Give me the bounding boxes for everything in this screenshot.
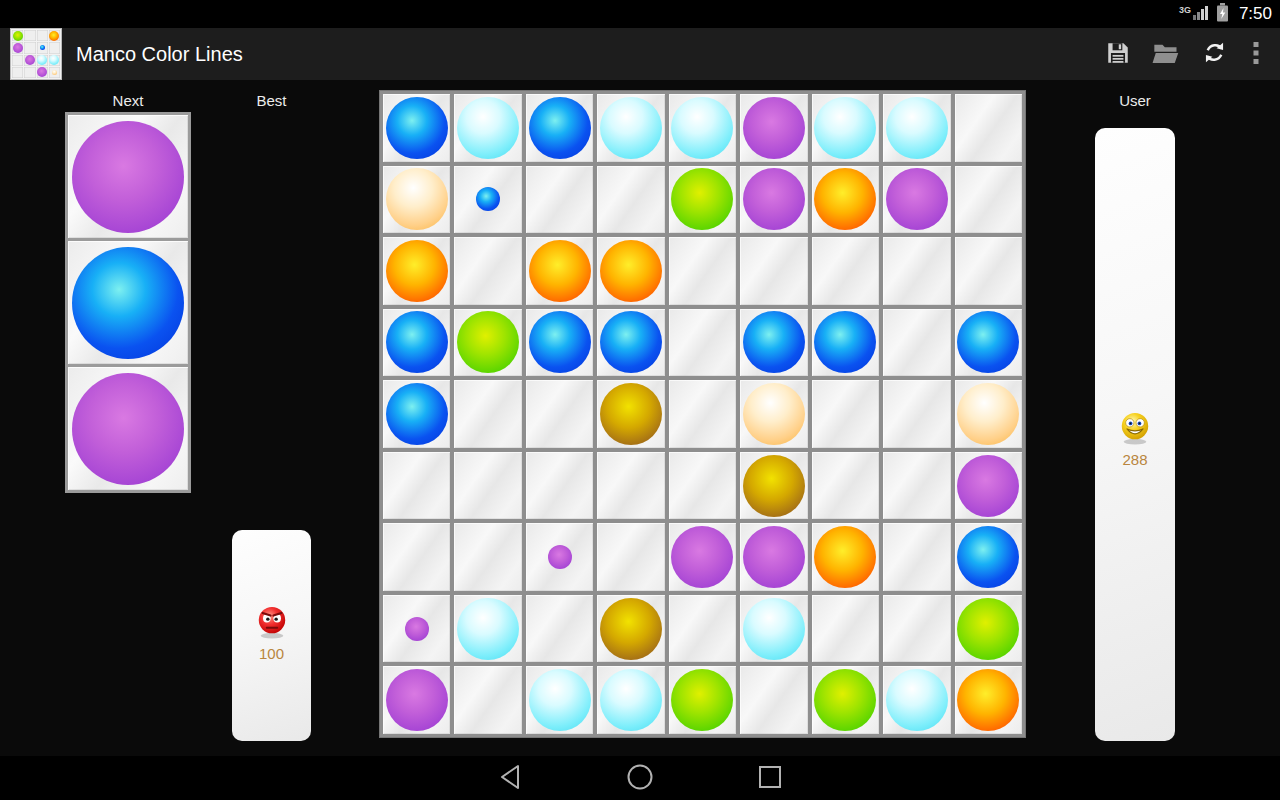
ball-green[interactable] <box>671 669 733 731</box>
board-cell[interactable] <box>526 237 593 305</box>
ball-green[interactable] <box>814 669 876 731</box>
overflow-menu-icon <box>1253 42 1259 67</box>
board <box>379 90 1026 738</box>
save-icon <box>1105 40 1131 69</box>
ball-orange[interactable] <box>957 669 1019 731</box>
app-icon-cell <box>24 55 35 66</box>
app-icon-cell <box>24 42 35 53</box>
board-cell[interactable] <box>812 666 879 734</box>
ball-cyan[interactable] <box>886 97 948 159</box>
open-saved-game-button[interactable] <box>1142 28 1190 80</box>
cell-signal-icon <box>1193 4 1210 24</box>
ball-purple[interactable] <box>957 455 1019 517</box>
ball-purple[interactable] <box>386 669 448 731</box>
ball-blue[interactable] <box>814 311 876 373</box>
board-cell[interactable] <box>740 237 807 305</box>
board-cell[interactable] <box>812 452 879 520</box>
board-cell[interactable] <box>955 666 1022 734</box>
ball-cyan[interactable] <box>743 598 805 660</box>
board-cell[interactable] <box>454 237 521 305</box>
board-cell[interactable] <box>597 94 664 162</box>
home-icon <box>626 763 654 794</box>
board-cell[interactable] <box>597 666 664 734</box>
board-cell[interactable] <box>812 595 879 663</box>
ball-blue[interactable] <box>529 311 591 373</box>
ball-blue[interactable] <box>529 97 591 159</box>
board-cell[interactable] <box>955 380 1022 448</box>
app-icon-cell <box>49 30 60 41</box>
app-icon-ball <box>40 45 45 50</box>
app-icon-cell <box>37 30 48 41</box>
app-icon-ball <box>13 43 23 53</box>
board-cell[interactable] <box>669 94 736 162</box>
board-cell[interactable] <box>597 452 664 520</box>
board-cell[interactable] <box>740 595 807 663</box>
app-title: Manco Color Lines <box>76 43 1094 66</box>
ball-yellow[interactable] <box>957 383 1019 445</box>
next-ball-cell <box>68 241 188 364</box>
app-icon-cell <box>12 67 23 78</box>
next-ball-purple <box>72 121 184 233</box>
sync-icon <box>1201 39 1228 69</box>
board-cell[interactable] <box>883 237 950 305</box>
app-icon-cell <box>49 55 60 66</box>
app-icon-cell <box>49 67 60 78</box>
board-cell[interactable] <box>740 166 807 234</box>
new-game-button[interactable] <box>1190 28 1238 80</box>
ball-blue-incoming[interactable] <box>476 187 500 211</box>
app-icon-ball <box>49 31 59 41</box>
next-ball-cell <box>68 367 188 490</box>
board-cell[interactable] <box>883 380 950 448</box>
best-score-card: 100 <box>232 530 311 741</box>
app-icon-ball <box>37 67 47 77</box>
board-cell[interactable] <box>883 523 950 591</box>
ball-cyan[interactable] <box>457 598 519 660</box>
best-label: Best <box>232 92 311 109</box>
ball-orange[interactable] <box>814 526 876 588</box>
ball-orange[interactable] <box>600 240 662 302</box>
ball-green[interactable] <box>457 311 519 373</box>
board-cell[interactable] <box>597 309 664 377</box>
user-score-card: 288 <box>1095 128 1175 741</box>
board-cell[interactable] <box>883 166 950 234</box>
recents-button[interactable] <box>755 763 785 793</box>
board-cell[interactable] <box>526 595 593 663</box>
board-cell[interactable] <box>955 309 1022 377</box>
recents-icon <box>757 764 783 793</box>
board-cell[interactable] <box>383 452 450 520</box>
board-cell[interactable] <box>526 523 593 591</box>
board-cell[interactable] <box>669 166 736 234</box>
board-cell[interactable] <box>454 666 521 734</box>
angry-red-face-icon <box>255 604 289 644</box>
ball-purple[interactable] <box>743 97 805 159</box>
board-cell[interactable] <box>597 595 664 663</box>
user-label: User <box>1095 92 1175 109</box>
board-cell[interactable] <box>955 94 1022 162</box>
app-screen: 3G 7:50 Manco Color Lines <box>0 0 1280 800</box>
board-cell[interactable] <box>740 666 807 734</box>
board-cell[interactable] <box>812 380 879 448</box>
ball-orange[interactable] <box>386 240 448 302</box>
next-ball-cell <box>68 115 188 238</box>
ball-cyan[interactable] <box>671 97 733 159</box>
next-label: Next <box>65 92 191 109</box>
ball-blue[interactable] <box>386 97 448 159</box>
board-cell[interactable] <box>383 166 450 234</box>
board-cell[interactable] <box>740 94 807 162</box>
ball-green[interactable] <box>957 598 1019 660</box>
board-cell[interactable] <box>597 166 664 234</box>
happy-yellow-face-icon <box>1118 410 1152 450</box>
back-icon <box>497 763 523 794</box>
board-cell[interactable] <box>669 237 736 305</box>
best-score-value: 100 <box>259 645 284 662</box>
board-cell[interactable] <box>597 237 664 305</box>
board-cell[interactable] <box>383 666 450 734</box>
app-icon-ball <box>25 55 35 65</box>
app-icon-ball <box>52 70 57 75</box>
app-icon-cell <box>12 42 23 53</box>
ball-brown[interactable] <box>743 455 805 517</box>
board-cell[interactable] <box>383 94 450 162</box>
board-cell[interactable] <box>740 452 807 520</box>
board-cell[interactable] <box>597 380 664 448</box>
ball-green[interactable] <box>671 168 733 230</box>
app-icon-cell <box>12 30 23 41</box>
ball-yellow[interactable] <box>743 383 805 445</box>
board-cell[interactable] <box>383 595 450 663</box>
app-icon-cell <box>24 67 35 78</box>
board-cell[interactable] <box>883 94 950 162</box>
board-cell[interactable] <box>883 452 950 520</box>
board-cell[interactable] <box>526 166 593 234</box>
board-cell[interactable] <box>955 452 1022 520</box>
app-icon-ball <box>13 31 23 41</box>
board-cell[interactable] <box>454 380 521 448</box>
board-cell[interactable] <box>740 523 807 591</box>
app-logo-icon <box>10 28 62 80</box>
board-cell[interactable] <box>669 309 736 377</box>
ball-cyan[interactable] <box>886 669 948 731</box>
board-cell[interactable] <box>955 523 1022 591</box>
ball-purple[interactable] <box>743 526 805 588</box>
board-cell[interactable] <box>669 452 736 520</box>
ball-blue[interactable] <box>743 311 805 373</box>
home-button[interactable] <box>625 763 655 793</box>
board-cell[interactable] <box>454 452 521 520</box>
ball-cyan[interactable] <box>529 669 591 731</box>
board-cell[interactable] <box>526 380 593 448</box>
board-cell[interactable] <box>669 595 736 663</box>
save-button[interactable] <box>1094 28 1142 80</box>
board-cell[interactable] <box>383 380 450 448</box>
status-bar: 3G 7:50 <box>0 0 1280 28</box>
ball-purple[interactable] <box>671 526 733 588</box>
app-icon-cell <box>37 55 48 66</box>
board-cell[interactable] <box>454 523 521 591</box>
ball-cyan[interactable] <box>600 97 662 159</box>
board-cell[interactable] <box>669 523 736 591</box>
folder-icon <box>1152 40 1180 69</box>
app-icon-cell <box>12 55 23 66</box>
ball-blue[interactable] <box>957 526 1019 588</box>
clock: 7:50 <box>1239 4 1272 24</box>
board-cell[interactable] <box>883 666 950 734</box>
ball-cyan[interactable] <box>457 97 519 159</box>
board-cell[interactable] <box>883 309 950 377</box>
ball-brown[interactable] <box>600 383 662 445</box>
app-bar: Manco Color Lines <box>0 28 1280 80</box>
next-ball-blue <box>72 247 184 359</box>
board-cell[interactable] <box>812 309 879 377</box>
app-icon-cell <box>37 67 48 78</box>
navigation-bar <box>0 756 1280 800</box>
ball-cyan[interactable] <box>600 669 662 731</box>
board-cell[interactable] <box>454 595 521 663</box>
ball-blue[interactable] <box>600 311 662 373</box>
board-cell[interactable] <box>812 166 879 234</box>
board-cell[interactable] <box>383 523 450 591</box>
next-balls-panel <box>65 112 191 493</box>
overflow-menu-button[interactable] <box>1238 28 1274 80</box>
board-cell[interactable] <box>383 237 450 305</box>
board-cell[interactable] <box>526 309 593 377</box>
app-icon-cell <box>49 42 60 53</box>
ball-orange[interactable] <box>529 240 591 302</box>
board-cell[interactable] <box>597 523 664 591</box>
ball-blue[interactable] <box>957 311 1019 373</box>
board-cell[interactable] <box>454 166 521 234</box>
board-cell[interactable] <box>526 94 593 162</box>
ball-purple[interactable] <box>886 168 948 230</box>
board-cell[interactable] <box>812 94 879 162</box>
board-cell[interactable] <box>955 237 1022 305</box>
ball-purple-incoming[interactable] <box>405 617 429 641</box>
back-button[interactable] <box>495 763 525 793</box>
app-icon-cell <box>24 30 35 41</box>
ball-blue[interactable] <box>386 383 448 445</box>
board-cell[interactable] <box>812 523 879 591</box>
user-score-value: 288 <box>1122 451 1147 468</box>
board-cell[interactable] <box>740 309 807 377</box>
battery-charging-icon <box>1216 3 1229 26</box>
app-icon-cell <box>37 42 48 53</box>
board-cell[interactable] <box>883 595 950 663</box>
ball-cyan[interactable] <box>814 97 876 159</box>
ball-blue[interactable] <box>386 311 448 373</box>
board-cell[interactable] <box>669 380 736 448</box>
board-cell[interactable] <box>454 309 521 377</box>
board-cell[interactable] <box>740 380 807 448</box>
board-cell[interactable] <box>526 452 593 520</box>
ball-yellow[interactable] <box>386 168 448 230</box>
app-icon-ball <box>49 55 59 65</box>
board-cell[interactable] <box>383 309 450 377</box>
board-cell[interactable] <box>526 666 593 734</box>
board-cell[interactable] <box>812 237 879 305</box>
ball-purple-incoming[interactable] <box>548 545 572 569</box>
ball-orange[interactable] <box>814 168 876 230</box>
board-cell[interactable] <box>955 595 1022 663</box>
board-cell[interactable] <box>669 666 736 734</box>
next-ball-purple <box>72 373 184 485</box>
board-cell[interactable] <box>454 94 521 162</box>
network-type-label: 3G <box>1179 5 1191 15</box>
ball-purple[interactable] <box>743 168 805 230</box>
app-icon-ball <box>37 55 47 65</box>
board-cell[interactable] <box>955 166 1022 234</box>
ball-brown[interactable] <box>600 598 662 660</box>
